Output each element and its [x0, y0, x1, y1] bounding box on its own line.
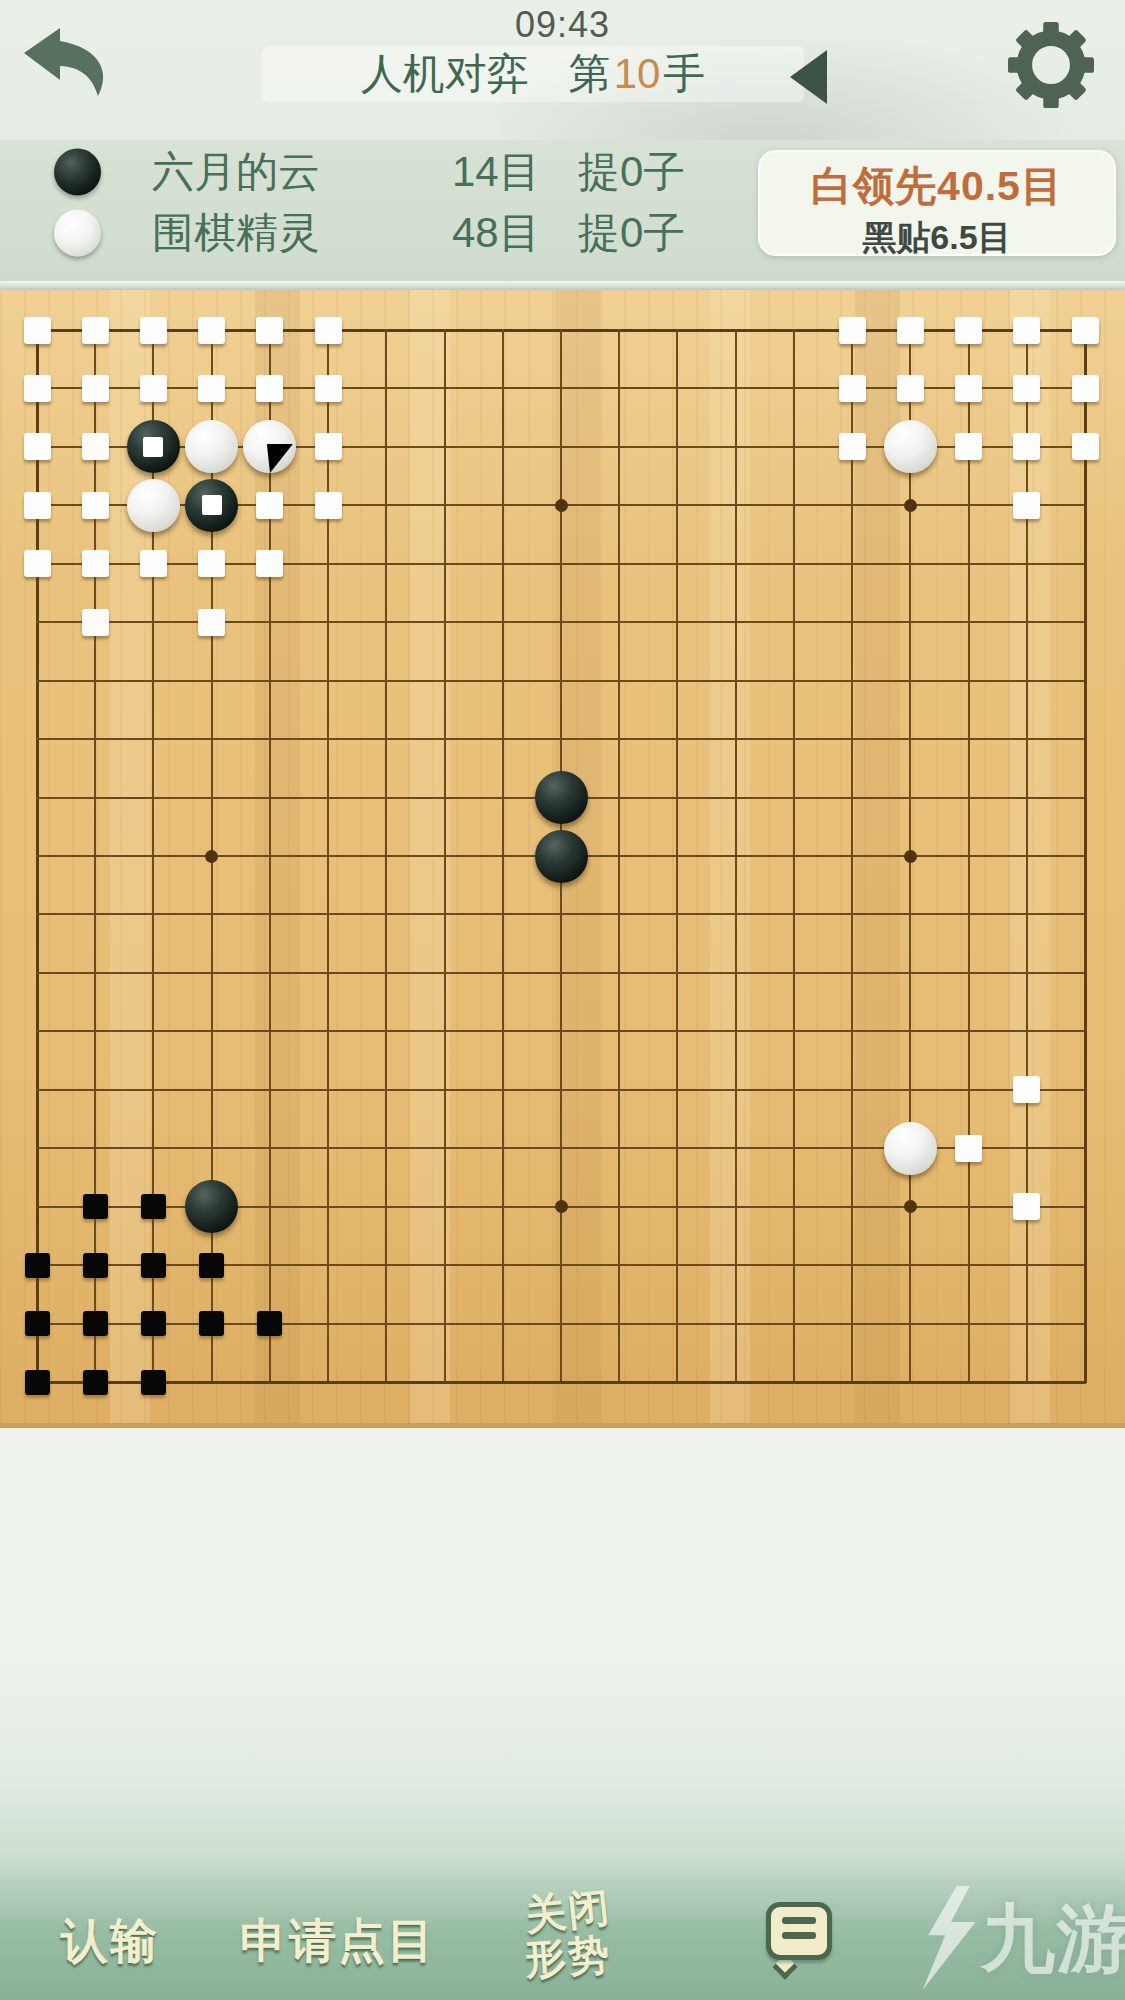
star-point — [904, 850, 917, 863]
grid-line-vertical — [968, 329, 970, 1383]
black-stone-icon — [54, 149, 101, 196]
black-stone — [185, 1180, 238, 1233]
chat-bubble-icon — [766, 1902, 832, 1960]
request-counting-button[interactable]: 申请点目 — [218, 1910, 458, 1973]
star-point — [555, 1200, 568, 1213]
white-territory-marker — [955, 375, 982, 402]
star-point — [205, 850, 218, 863]
last-move-triangle-marker — [267, 444, 293, 473]
grid-line-vertical — [851, 329, 853, 1383]
back-button[interactable] — [18, 26, 114, 100]
close-analysis-button[interactable]: 关闭 形势 — [498, 1888, 638, 1980]
settings-button[interactable] — [1008, 22, 1094, 108]
black-stone — [127, 420, 180, 473]
white-territory-marker — [24, 550, 51, 577]
white-territory-marker — [1013, 317, 1040, 344]
go-app-screen: 09:43 人机对弈 第10手 — [0, 0, 1125, 2000]
white-stone — [127, 479, 180, 532]
black-territory-marker — [25, 1311, 50, 1336]
back-arrow-icon — [18, 86, 114, 103]
white-territory-marker — [256, 492, 283, 519]
white-territory-marker — [1072, 433, 1099, 460]
white-territory-marker — [315, 433, 342, 460]
dead-stone-square-marker — [202, 495, 222, 515]
black-territory-marker — [199, 1311, 224, 1336]
watermark-text: 九游 — [981, 1890, 1125, 1990]
black-stone — [535, 830, 588, 883]
grid-line-vertical — [1084, 329, 1087, 1383]
dead-stone-square-marker — [143, 437, 163, 457]
white-territory-marker — [140, 550, 167, 577]
white-territory-marker — [82, 317, 109, 344]
watermark: 九游 — [919, 1878, 1125, 2000]
white-territory-marker — [198, 609, 225, 636]
komi-label: 黑贴6.5目 — [760, 215, 1114, 261]
game-mode-title: 人机对弈 — [361, 46, 529, 102]
white-territory-marker — [198, 317, 225, 344]
black-territory-marker — [83, 1253, 108, 1278]
black-territory-marker — [25, 1253, 50, 1278]
resign-button[interactable]: 认输 — [30, 1910, 190, 1973]
star-point — [904, 1200, 917, 1213]
black-player-row: 六月的云 14目 提0子 — [0, 146, 740, 198]
board-top-separator — [0, 281, 1125, 290]
black-territory-count: 14目 — [452, 144, 541, 200]
white-territory-marker — [955, 317, 982, 344]
move-counter: 第10手 — [569, 46, 706, 102]
lead-estimate: 白领先40.5目 — [760, 159, 1114, 214]
lightning-logo-icon — [919, 1886, 979, 1994]
white-territory-marker — [1013, 1076, 1040, 1103]
white-territory-marker — [315, 492, 342, 519]
white-territory-marker — [1013, 1193, 1040, 1220]
grid-line-vertical — [1026, 329, 1028, 1383]
white-territory-marker — [24, 433, 51, 460]
white-territory-marker — [839, 317, 866, 344]
white-territory-marker — [897, 317, 924, 344]
grid-line-vertical — [793, 329, 795, 1383]
score-estimate-box: 白领先40.5目 黑贴6.5目 — [758, 150, 1116, 256]
white-territory-marker — [82, 609, 109, 636]
grid-line-horizontal — [36, 972, 1086, 974]
white-territory-marker — [839, 433, 866, 460]
black-captures-count: 提0子 — [578, 144, 685, 200]
white-territory-marker — [315, 317, 342, 344]
black-territory-marker — [25, 1370, 50, 1395]
previous-move-button[interactable] — [790, 50, 827, 104]
white-territory-marker — [198, 550, 225, 577]
white-stone-icon — [54, 210, 101, 257]
white-stone — [243, 420, 296, 473]
black-territory-marker — [141, 1194, 166, 1219]
white-territory-marker — [1072, 317, 1099, 344]
game-title-bar: 人机对弈 第10手 — [262, 46, 804, 102]
white-territory-marker — [24, 317, 51, 344]
bottom-toolbar: 认输 申请点目 关闭 形势 九游 — [0, 1880, 1125, 2000]
white-stone — [884, 1122, 937, 1175]
white-territory-marker — [82, 492, 109, 519]
white-territory-marker — [198, 375, 225, 402]
white-territory-marker — [256, 317, 283, 344]
white-territory-marker — [955, 1135, 982, 1162]
white-territory-marker — [839, 375, 866, 402]
grid-line-horizontal — [36, 1323, 1086, 1325]
white-player-row: 围棋精灵 48目 提0子 — [0, 207, 740, 259]
star-point — [555, 499, 568, 512]
grid-line-vertical — [676, 329, 678, 1383]
grid-line-vertical — [618, 329, 620, 1383]
move-number: 10 — [611, 50, 664, 97]
chat-button[interactable] — [766, 1902, 836, 1972]
black-territory-marker — [199, 1253, 224, 1278]
white-territory-count: 48目 — [452, 205, 541, 261]
black-stone — [185, 479, 238, 532]
white-territory-marker — [1013, 433, 1040, 460]
white-territory-marker — [256, 375, 283, 402]
go-board[interactable] — [0, 290, 1125, 1428]
white-territory-marker — [24, 375, 51, 402]
grid-line-horizontal — [36, 1089, 1086, 1091]
grid-line-horizontal — [36, 1030, 1086, 1032]
white-territory-marker — [1072, 375, 1099, 402]
black-territory-marker — [83, 1194, 108, 1219]
white-territory-marker — [140, 317, 167, 344]
white-territory-marker — [24, 492, 51, 519]
black-territory-marker — [83, 1370, 108, 1395]
white-territory-marker — [82, 550, 109, 577]
black-territory-marker — [83, 1311, 108, 1336]
black-player-name: 六月的云 — [152, 144, 320, 200]
black-territory-marker — [141, 1311, 166, 1336]
white-captures-count: 提0子 — [578, 205, 685, 261]
white-territory-marker — [256, 550, 283, 577]
white-territory-marker — [1013, 375, 1040, 402]
white-territory-marker — [955, 433, 982, 460]
white-territory-marker — [1013, 492, 1040, 519]
star-point — [904, 499, 917, 512]
white-territory-marker — [315, 375, 342, 402]
white-territory-marker — [140, 375, 167, 402]
black-stone — [535, 771, 588, 824]
grid-line-horizontal — [36, 1264, 1086, 1266]
white-player-name: 围棋精灵 — [152, 205, 320, 261]
grid-line-vertical — [735, 329, 737, 1383]
black-territory-marker — [141, 1253, 166, 1278]
grid-line-horizontal — [36, 1381, 1086, 1384]
black-territory-marker — [141, 1370, 166, 1395]
black-territory-marker — [257, 1311, 282, 1336]
white-territory-marker — [82, 375, 109, 402]
white-territory-marker — [82, 433, 109, 460]
grid-line-horizontal — [36, 913, 1086, 915]
white-territory-marker — [897, 375, 924, 402]
white-stone — [884, 420, 937, 473]
gear-icon — [1008, 94, 1094, 111]
white-stone — [185, 420, 238, 473]
